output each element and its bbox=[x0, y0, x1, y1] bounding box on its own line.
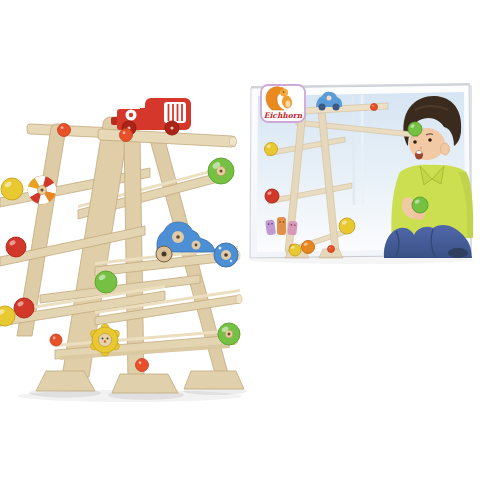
packaging-box: Eichhorn bbox=[250, 83, 473, 258]
ramp-7-endcap bbox=[236, 295, 242, 304]
mini-green-ball-ramp-end bbox=[408, 122, 422, 136]
red-ball-mid-left bbox=[6, 237, 26, 257]
child-ear bbox=[441, 143, 450, 155]
child-nose bbox=[420, 147, 422, 149]
product-photo-canvas: Eichhorn bbox=[0, 0, 480, 480]
red-peg bbox=[328, 246, 335, 253]
child-eye-right bbox=[428, 138, 432, 142]
red-peg bbox=[58, 124, 71, 137]
green-ball-bottom-right bbox=[218, 323, 240, 345]
red-peg bbox=[136, 359, 149, 372]
child-eye-left bbox=[413, 140, 417, 144]
logo-text: Eichhorn bbox=[264, 111, 303, 120]
mini-orange-ball bbox=[302, 241, 315, 254]
product-photo: Eichhorn bbox=[0, 0, 480, 480]
child-teeth bbox=[416, 151, 422, 154]
red-peg bbox=[371, 104, 378, 111]
mini-yellow-ball-2 bbox=[289, 244, 301, 256]
red-ball-bottom-left bbox=[14, 298, 34, 318]
green-ball-top-right bbox=[208, 158, 234, 184]
box-logo: Eichhorn bbox=[261, 85, 305, 122]
red-peg bbox=[50, 334, 62, 346]
mini-yellow-wheel bbox=[339, 218, 355, 234]
yellow-ball-bottom-left bbox=[0, 306, 15, 326]
child-shoe bbox=[448, 248, 468, 258]
mini-red-ball bbox=[265, 189, 279, 203]
mini-yellow-ball bbox=[265, 143, 278, 156]
foot-right bbox=[112, 374, 178, 393]
held-green-ball bbox=[412, 197, 428, 213]
foot-back-right bbox=[184, 371, 244, 389]
yellow-ball-top-left bbox=[1, 178, 23, 200]
striped-pinwheel-ball bbox=[28, 176, 56, 204]
green-ball-middle bbox=[95, 271, 117, 293]
red-peg bbox=[120, 129, 133, 142]
beam-endcap bbox=[230, 137, 237, 146]
